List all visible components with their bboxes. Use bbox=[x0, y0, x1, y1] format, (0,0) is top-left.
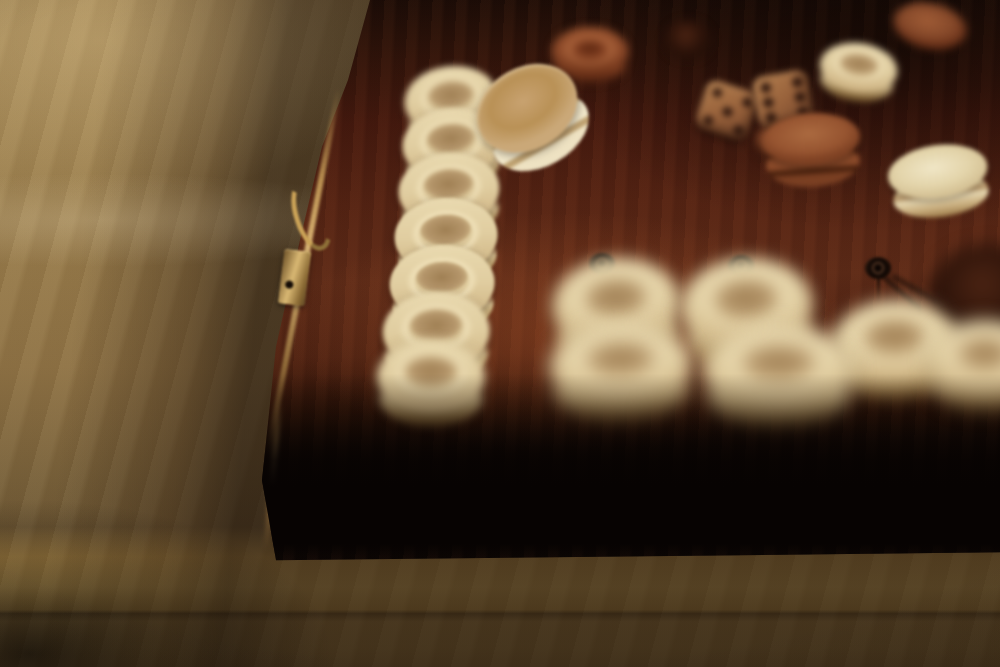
light-checker[interactable] bbox=[815, 38, 900, 106]
die-pip bbox=[722, 106, 734, 118]
metal-point-pin bbox=[865, 257, 891, 279]
light-checker[interactable] bbox=[702, 324, 856, 429]
brown-checker-stack[interactable] bbox=[761, 110, 864, 191]
light-checker[interactable] bbox=[929, 320, 1000, 412]
brass-clasp bbox=[278, 176, 326, 308]
die-pip bbox=[792, 77, 804, 88]
die-pip bbox=[741, 97, 753, 109]
blurred-dark-checker bbox=[665, 21, 711, 59]
die-pip bbox=[711, 87, 723, 99]
die-pip bbox=[732, 124, 744, 136]
die-pip bbox=[702, 114, 714, 126]
backgammon-photo bbox=[0, 0, 1000, 667]
die-pip bbox=[763, 97, 775, 108]
die-pip bbox=[760, 82, 772, 93]
light-checker-stack[interactable] bbox=[884, 138, 993, 223]
die-pip bbox=[794, 92, 806, 103]
light-checker[interactable] bbox=[548, 321, 693, 424]
light-checker[interactable] bbox=[377, 340, 485, 426]
